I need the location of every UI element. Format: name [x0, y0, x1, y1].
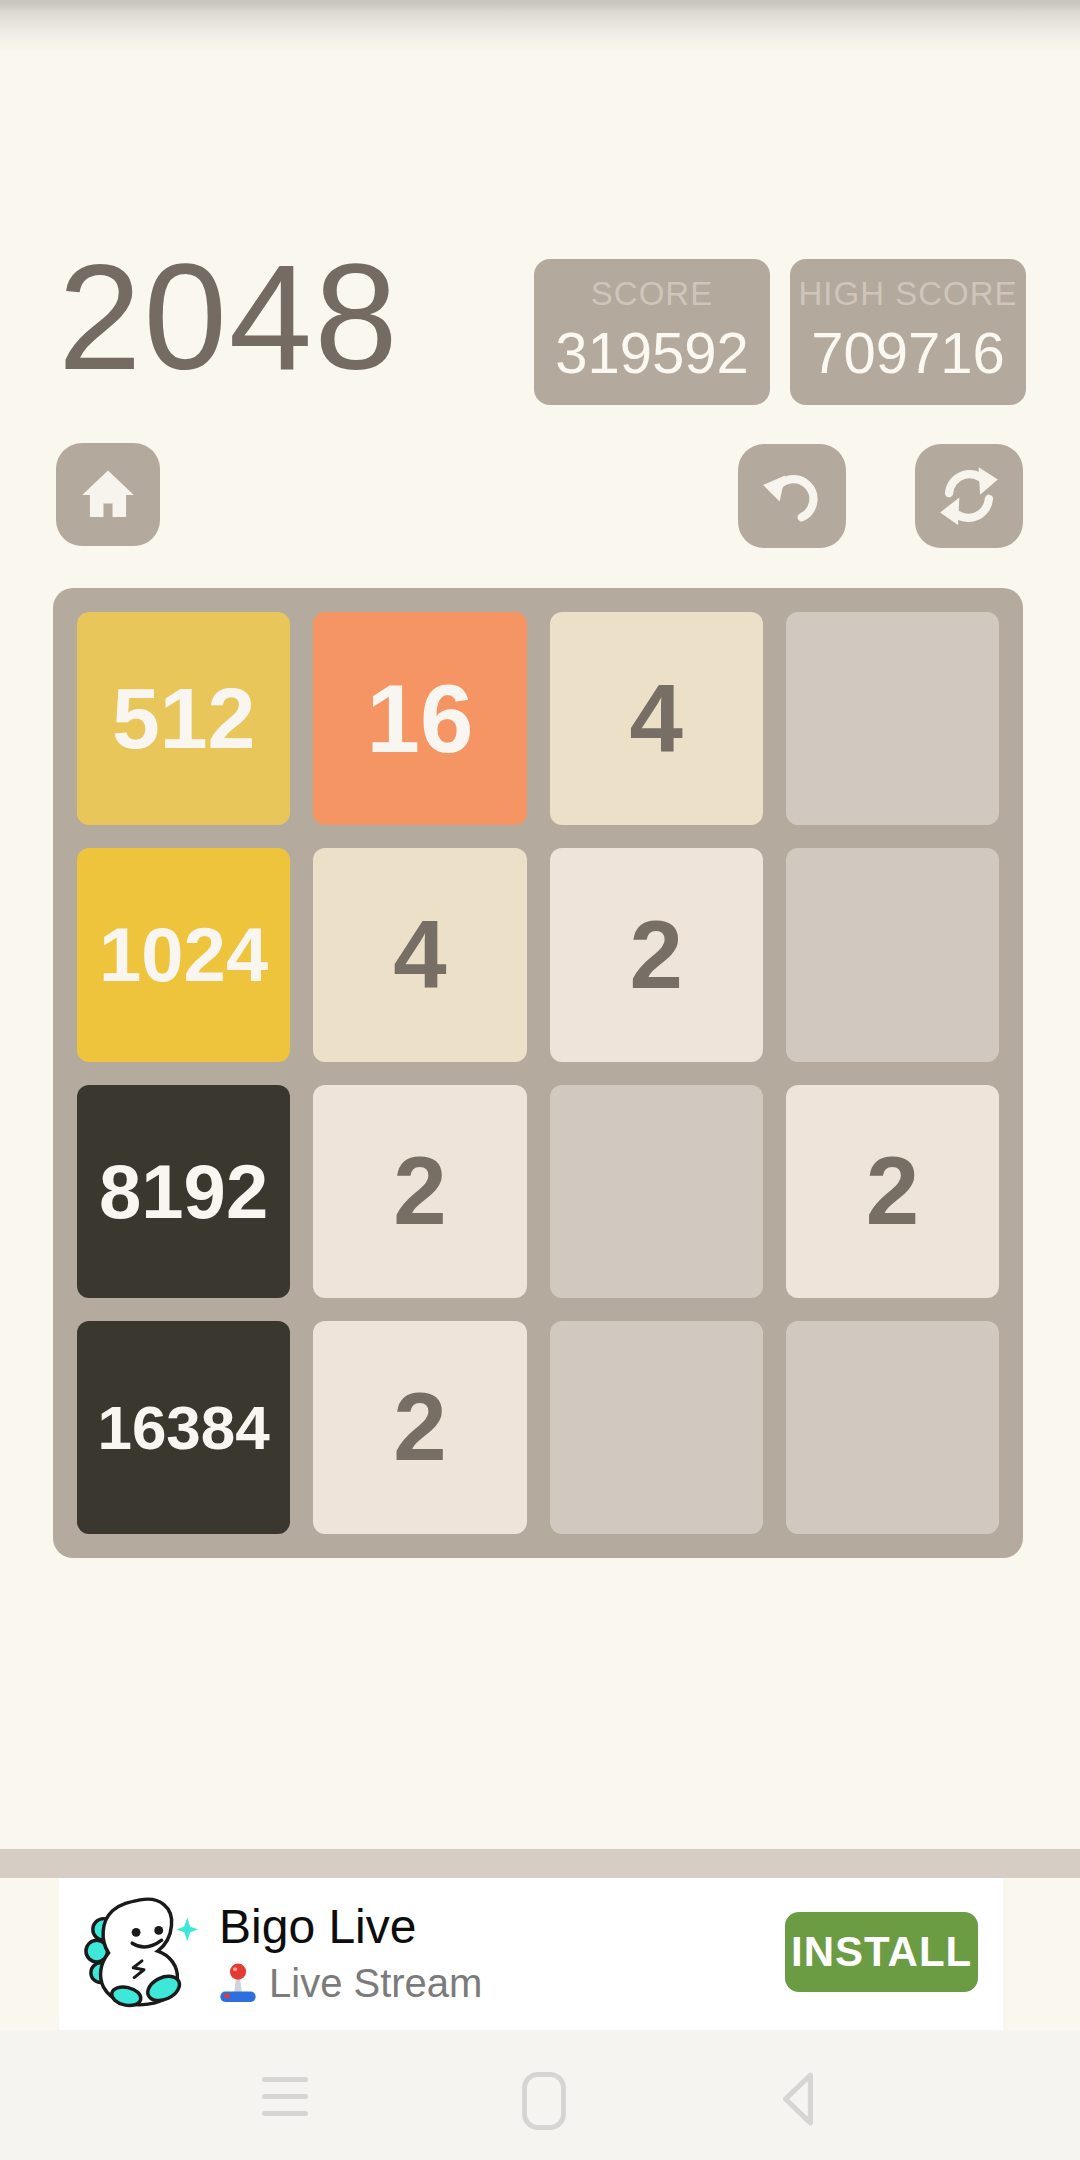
- undo-button[interactable]: [738, 444, 846, 548]
- tile-2: 2: [786, 1085, 999, 1298]
- tile-16384: 16384: [77, 1321, 290, 1534]
- tile-4: 4: [313, 848, 526, 1061]
- menu-icon[interactable]: [262, 2077, 308, 2116]
- high-score-value: 709716: [790, 319, 1026, 386]
- game-title: 2048: [58, 242, 400, 392]
- home-square-icon[interactable]: [522, 2072, 566, 2130]
- install-button[interactable]: INSTALL: [785, 1912, 978, 1992]
- score-box: SCORE 319592: [534, 259, 770, 405]
- ad-banner[interactable]: Bigo Live Live Stream INSTALL: [59, 1878, 1003, 2030]
- tile-4: 4: [550, 612, 763, 825]
- score-value: 319592: [534, 319, 770, 386]
- back-icon[interactable]: [776, 2070, 822, 2128]
- restart-icon: [936, 463, 1002, 529]
- empty-cell: [786, 1321, 999, 1534]
- empty-cell: [550, 1321, 763, 1534]
- high-score-label: HIGH SCORE: [790, 275, 1026, 313]
- home-button[interactable]: [56, 443, 160, 546]
- tile-512: 512: [77, 612, 290, 825]
- home-icon: [77, 464, 139, 526]
- ad-app-name: Bigo Live: [219, 1902, 482, 1952]
- undo-icon: [759, 463, 825, 529]
- joystick-icon: [219, 1962, 257, 2004]
- android-navbar: [0, 2030, 1080, 2160]
- tile-16: 16: [313, 612, 526, 825]
- phone-screen: 2048 SCORE 319592 HIGH SCORE 709716 5121…: [0, 0, 1080, 2160]
- restart-button[interactable]: [915, 444, 1023, 548]
- empty-cell: [786, 848, 999, 1061]
- ad-divider: [0, 1849, 1080, 1878]
- ad-text-block: Bigo Live Live Stream: [219, 1902, 482, 2005]
- tile-2: 2: [313, 1085, 526, 1298]
- board[interactable]: 512164102442819222163842: [53, 588, 1023, 1558]
- tile-2: 2: [313, 1321, 526, 1534]
- score-label: SCORE: [534, 275, 770, 313]
- tile-8192: 8192: [77, 1085, 290, 1298]
- bigo-mascot-logo: [83, 1888, 201, 2020]
- tile-1024: 1024: [77, 848, 290, 1061]
- high-score-box: HIGH SCORE 709716: [790, 259, 1026, 405]
- empty-cell: [550, 1085, 763, 1298]
- statusbar-shadow: [0, 0, 1080, 52]
- empty-cell: [786, 612, 999, 825]
- ad-subtitle: Live Stream: [269, 1961, 482, 2006]
- tile-2: 2: [550, 848, 763, 1061]
